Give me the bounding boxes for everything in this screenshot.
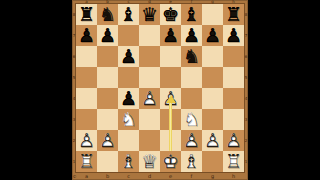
file-label-bottom-b: b: [97, 172, 118, 180]
white-knight-piece-c3: ♞♘: [118, 109, 139, 130]
square-f7[interactable]: ♟♙: [181, 25, 202, 46]
file-label-bottom-f: f: [181, 172, 202, 180]
square-h1[interactable]: ♜♖: [223, 151, 244, 172]
black-queen-piece-d8: ♛♕: [139, 4, 160, 25]
square-h6[interactable]: [223, 46, 244, 67]
white-pawn-piece-h2: ♟♙: [223, 130, 244, 151]
square-g5[interactable]: [202, 67, 223, 88]
square-c6[interactable]: ♟♙: [118, 46, 139, 67]
square-b3[interactable]: [97, 109, 118, 130]
square-g6[interactable]: [202, 46, 223, 67]
square-f5[interactable]: [181, 67, 202, 88]
square-h8[interactable]: ♜♖: [223, 4, 244, 25]
square-g4[interactable]: [202, 88, 223, 109]
square-a2[interactable]: ♟♙: [76, 130, 97, 151]
rank-label-right-8: 8: [244, 4, 248, 25]
black-bishop-piece-c8: ♝♗: [118, 4, 139, 25]
square-b8[interactable]: ♞♘: [97, 4, 118, 25]
white-pawn-piece-g2: ♟♙: [202, 130, 223, 151]
rank-label-right-2: 2: [244, 130, 248, 151]
video-frame: abcdefgh abcdefgh 87654321 87654321 © ♜♖…: [0, 0, 320, 180]
black-pawn-piece-h7: ♟♙: [223, 25, 244, 46]
file-labels-bottom: abcdefgh: [76, 172, 244, 180]
square-f2[interactable]: ♟♙: [181, 130, 202, 151]
square-d2[interactable]: [139, 130, 160, 151]
square-d3[interactable]: [139, 109, 160, 130]
black-king-piece-e8: ♚♔: [160, 4, 181, 25]
square-a5[interactable]: [76, 67, 97, 88]
square-g3[interactable]: [202, 109, 223, 130]
square-d5[interactable]: [139, 67, 160, 88]
square-h4[interactable]: [223, 88, 244, 109]
file-label-bottom-e: e: [160, 172, 181, 180]
square-a3[interactable]: [76, 109, 97, 130]
rank-label-right-7: 7: [244, 25, 248, 46]
square-f1[interactable]: ♝♗: [181, 151, 202, 172]
black-pawn-piece-c4: ♟♙: [118, 88, 139, 109]
square-f4[interactable]: [181, 88, 202, 109]
square-d4[interactable]: ♟♙: [139, 88, 160, 109]
white-bishop-piece-c1: ♝♗: [118, 151, 139, 172]
square-g7[interactable]: ♟♙: [202, 25, 223, 46]
black-knight-piece-f6: ♞♘: [181, 46, 202, 67]
square-h7[interactable]: ♟♙: [223, 25, 244, 46]
square-d6[interactable]: [139, 46, 160, 67]
chess-board-grid: ♜♖♞♘♝♗♛♕♚♔♝♗♜♖♟♙♟♙♟♙♟♙♟♙♟♙♟♙♞♘♟♙♟♙♟♙♞♘♞♘…: [76, 4, 244, 172]
square-d8[interactable]: ♛♕: [139, 4, 160, 25]
square-g2[interactable]: ♟♙: [202, 130, 223, 151]
black-rook-piece-a8: ♜♖: [76, 4, 97, 25]
white-rook-piece-h1: ♜♖: [223, 151, 244, 172]
file-label-bottom-g: g: [202, 172, 223, 180]
chess-board: abcdefgh abcdefgh 87654321 87654321 © ♜♖…: [72, 0, 248, 180]
square-b7[interactable]: ♟♙: [97, 25, 118, 46]
square-g8[interactable]: [202, 4, 223, 25]
file-label-bottom-d: d: [139, 172, 160, 180]
square-c5[interactable]: [118, 67, 139, 88]
rank-labels-right: 87654321: [244, 4, 248, 172]
square-e3[interactable]: [160, 109, 181, 130]
square-c1[interactable]: ♝♗: [118, 151, 139, 172]
white-queen-piece-d1: ♛♕: [139, 151, 160, 172]
white-rook-piece-a1: ♜♖: [76, 151, 97, 172]
square-d1[interactable]: ♛♕: [139, 151, 160, 172]
square-e8[interactable]: ♚♔: [160, 4, 181, 25]
square-b5[interactable]: [97, 67, 118, 88]
square-b6[interactable]: [97, 46, 118, 67]
white-pawn-piece-e4: ♟♙: [160, 88, 181, 109]
corner-mark: ©: [72, 174, 77, 179]
square-c3[interactable]: ♞♘: [118, 109, 139, 130]
square-e4[interactable]: ♟♙: [160, 88, 181, 109]
white-knight-piece-f3: ♞♘: [181, 109, 202, 130]
file-label-bottom-c: c: [118, 172, 139, 180]
square-a6[interactable]: [76, 46, 97, 67]
square-a4[interactable]: [76, 88, 97, 109]
rank-label-right-4: 4: [244, 88, 248, 109]
black-pawn-piece-c6: ♟♙: [118, 46, 139, 67]
square-c4[interactable]: ♟♙: [118, 88, 139, 109]
square-e1[interactable]: ♚♔: [160, 151, 181, 172]
square-e7[interactable]: ♟♙: [160, 25, 181, 46]
rank-label-right-6: 6: [244, 46, 248, 67]
file-label-bottom-a: a: [76, 172, 97, 180]
white-pawn-piece-a2: ♟♙: [76, 130, 97, 151]
square-b2[interactable]: ♟♙: [97, 130, 118, 151]
square-b4[interactable]: [97, 88, 118, 109]
black-pawn-piece-f7: ♟♙: [181, 25, 202, 46]
square-g1[interactable]: [202, 151, 223, 172]
black-pawn-piece-b7: ♟♙: [97, 25, 118, 46]
square-e5[interactable]: [160, 67, 181, 88]
white-pawn-piece-d4: ♟♙: [139, 88, 160, 109]
square-e6[interactable]: [160, 46, 181, 67]
white-bishop-piece-f1: ♝♗: [181, 151, 202, 172]
square-c2[interactable]: [118, 130, 139, 151]
black-bishop-piece-f8: ♝♗: [181, 4, 202, 25]
square-c7[interactable]: [118, 25, 139, 46]
rank-label-right-3: 3: [244, 109, 248, 130]
square-e2[interactable]: [160, 130, 181, 151]
square-d7[interactable]: [139, 25, 160, 46]
square-c8[interactable]: ♝♗: [118, 4, 139, 25]
square-a8[interactable]: ♜♖: [76, 4, 97, 25]
square-f3[interactable]: ♞♘: [181, 109, 202, 130]
square-a1[interactable]: ♜♖: [76, 151, 97, 172]
file-label-bottom-h: h: [223, 172, 244, 180]
rank-label-right-5: 5: [244, 67, 248, 88]
black-pawn-piece-a7: ♟♙: [76, 25, 97, 46]
black-pawn-piece-e7: ♟♙: [160, 25, 181, 46]
white-pawn-piece-b2: ♟♙: [97, 130, 118, 151]
square-f8[interactable]: ♝♗: [181, 4, 202, 25]
black-pawn-piece-g7: ♟♙: [202, 25, 223, 46]
white-king-piece-e1: ♚♔: [160, 151, 181, 172]
square-a7[interactable]: ♟♙: [76, 25, 97, 46]
square-h2[interactable]: ♟♙: [223, 130, 244, 151]
square-b1[interactable]: [97, 151, 118, 172]
white-pawn-piece-f2: ♟♙: [181, 130, 202, 151]
black-rook-piece-h8: ♜♖: [223, 4, 244, 25]
black-knight-piece-b8: ♞♘: [97, 4, 118, 25]
rank-label-right-1: 1: [244, 151, 248, 172]
square-f6[interactable]: ♞♘: [181, 46, 202, 67]
square-h5[interactable]: [223, 67, 244, 88]
square-h3[interactable]: [223, 109, 244, 130]
